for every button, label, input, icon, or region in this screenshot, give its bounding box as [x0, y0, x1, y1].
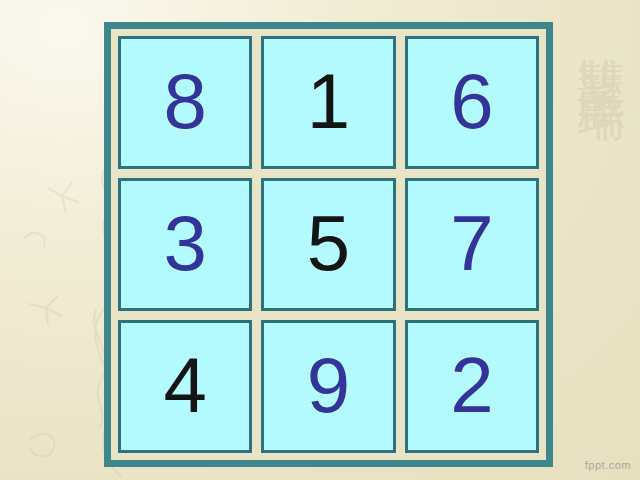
cell-r1c3: 6 [405, 36, 539, 169]
fppt-watermark: fppt.com [585, 459, 631, 471]
slide-background: 雙龍獻瑞 8 1 6 3 5 7 4 9 2 fppt.com [0, 0, 640, 480]
cell-r3c2: 9 [261, 320, 395, 453]
cell-r3c1: 4 [118, 320, 252, 453]
cell-r2c3: 7 [405, 178, 539, 311]
cell-value: 4 [163, 346, 206, 424]
cell-value: 7 [450, 204, 493, 282]
cell-r3c3: 2 [405, 320, 539, 453]
cell-r2c1: 3 [118, 178, 252, 311]
cell-value: 2 [450, 346, 493, 424]
cell-r2c2: 5 [261, 178, 395, 311]
cell-value: 6 [450, 62, 493, 140]
cell-value: 8 [163, 62, 206, 140]
magic-square-board: 8 1 6 3 5 7 4 9 2 [104, 22, 553, 467]
board-grid: 8 1 6 3 5 7 4 9 2 [118, 36, 539, 453]
cell-r1c1: 8 [118, 36, 252, 169]
cell-value: 1 [307, 62, 350, 140]
cell-value: 3 [163, 204, 206, 282]
cell-r1c2: 1 [261, 36, 395, 169]
cell-value: 5 [307, 204, 350, 282]
calligraphy-watermark: 雙龍獻瑞 [578, 20, 626, 68]
cell-value: 9 [307, 346, 350, 424]
